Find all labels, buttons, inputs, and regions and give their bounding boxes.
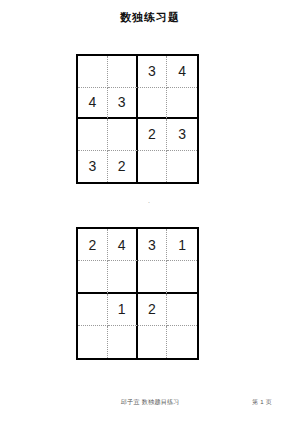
footer-author-label: 邱子宜 数独题目练习 (121, 398, 180, 407)
sudoku-cell-empty[interactable] (167, 151, 197, 183)
sudoku-cell-empty[interactable] (167, 326, 197, 358)
sudoku-cell-empty[interactable] (78, 294, 108, 326)
sudoku-cell-empty[interactable] (78, 56, 108, 88)
sudoku-cell-given[interactable]: 3 (138, 229, 168, 261)
sudoku-cell-empty[interactable] (108, 56, 138, 88)
worksheet-page: 数独练习题 34432332 . 243112 邱子宜 数独题目练习 第 1 页 (0, 0, 300, 424)
sudoku-cell-empty[interactable] (108, 119, 138, 151)
sudoku-cell-empty[interactable] (78, 261, 108, 293)
sudoku-cell-empty[interactable] (167, 261, 197, 293)
sudoku-cell-empty[interactable] (108, 261, 138, 293)
sudoku-grid-1: 34432332 (76, 54, 199, 184)
sudoku-cell-given[interactable]: 3 (78, 151, 108, 183)
sudoku-cell-given[interactable]: 2 (138, 294, 168, 326)
sudoku-cell-given[interactable]: 4 (78, 88, 108, 120)
sudoku-cell-given[interactable]: 4 (108, 229, 138, 261)
sudoku-cell-empty[interactable] (138, 326, 168, 358)
sudoku-cell-empty[interactable] (78, 326, 108, 358)
sudoku-cell-given[interactable]: 2 (78, 229, 108, 261)
sudoku-cell-empty[interactable] (78, 119, 108, 151)
sudoku-cell-given[interactable]: 2 (108, 151, 138, 183)
sudoku-cell-given[interactable]: 1 (167, 229, 197, 261)
sudoku-cell-given[interactable]: 2 (138, 119, 168, 151)
sudoku-cell-empty[interactable] (167, 88, 197, 120)
sudoku-cell-empty[interactable] (138, 261, 168, 293)
separator-dot: . (141, 196, 157, 206)
sudoku-cell-empty[interactable] (167, 294, 197, 326)
sudoku-cell-given[interactable]: 3 (138, 56, 168, 88)
sudoku-cell-empty[interactable] (138, 88, 168, 120)
sudoku-cell-empty[interactable] (138, 151, 168, 183)
sudoku-grid-2: 243112 (76, 227, 199, 360)
sudoku-cell-given[interactable]: 3 (108, 88, 138, 120)
sudoku-cell-given[interactable]: 3 (167, 119, 197, 151)
sudoku-cell-given[interactable]: 4 (167, 56, 197, 88)
sudoku-cell-given[interactable]: 1 (108, 294, 138, 326)
page-title: 数独练习题 (0, 10, 300, 25)
sudoku-cell-empty[interactable] (108, 326, 138, 358)
footer-page-number: 第 1 页 (252, 398, 272, 407)
